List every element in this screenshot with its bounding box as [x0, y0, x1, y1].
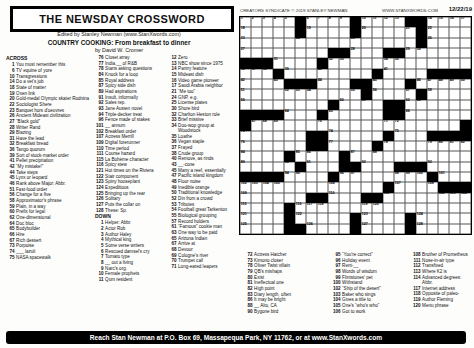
grid-cell[interactable]	[339, 79, 350, 89]
grid-cell[interactable]	[295, 69, 306, 79]
grid-cell[interactable]	[372, 27, 383, 37]
grid-cell[interactable]	[460, 151, 471, 161]
grid-cell[interactable]	[383, 224, 394, 234]
grid-cell[interactable]	[394, 79, 405, 89]
grid-cell[interactable]	[328, 79, 339, 89]
grid-cell[interactable]	[416, 141, 427, 151]
grid-cell[interactable]: 91	[306, 162, 317, 172]
grid-cell[interactable]: 4	[273, 17, 284, 27]
grid-cell[interactable]: 101	[438, 172, 449, 182]
grid-cell[interactable]	[372, 162, 383, 172]
grid-cell[interactable]	[405, 182, 416, 192]
grid-cell[interactable]	[284, 131, 295, 141]
grid-cell[interactable]	[372, 131, 383, 141]
grid-cell[interactable]: 8	[328, 17, 339, 27]
grid-cell[interactable]	[262, 38, 273, 48]
grid-cell[interactable]	[251, 89, 262, 99]
grid-cell[interactable]	[306, 172, 317, 182]
grid-cell[interactable]: 107	[394, 182, 405, 192]
grid-cell[interactable]: 41	[383, 69, 394, 79]
grid-cell[interactable]	[438, 213, 449, 223]
grid-cell[interactable]	[262, 224, 273, 234]
grid-cell[interactable]	[262, 151, 273, 161]
grid-cell[interactable]	[339, 131, 350, 141]
grid-cell[interactable]	[251, 131, 262, 141]
grid-cell[interactable]	[394, 213, 405, 223]
grid-cell[interactable]	[273, 193, 284, 203]
grid-cell[interactable]: 13	[394, 17, 405, 27]
grid-cell[interactable]: 16	[449, 17, 460, 27]
grid-cell[interactable]: 97	[350, 172, 361, 182]
grid-cell[interactable]	[449, 38, 460, 48]
grid-cell[interactable]	[262, 193, 273, 203]
grid-cell[interactable]	[438, 38, 449, 48]
grid-cell[interactable]: 35	[394, 58, 405, 68]
grid-cell[interactable]: 49	[449, 79, 460, 89]
grid-cell[interactable]	[361, 182, 372, 192]
grid-cell[interactable]	[438, 48, 449, 58]
grid-cell[interactable]	[251, 151, 262, 161]
grid-cell[interactable]	[361, 120, 372, 130]
grid-cell[interactable]	[361, 141, 372, 151]
grid-cell[interactable]	[460, 172, 471, 182]
grid-cell[interactable]	[273, 100, 284, 110]
grid-cell[interactable]: 88	[372, 151, 383, 161]
grid-cell[interactable]	[460, 89, 471, 99]
grid-cell[interactable]: 60	[339, 100, 350, 110]
grid-cell[interactable]: 52	[284, 89, 295, 99]
grid-cell[interactable]: 85	[295, 151, 306, 161]
grid-cell[interactable]	[339, 120, 350, 130]
grid-cell[interactable]	[372, 100, 383, 110]
grid-cell[interactable]	[251, 100, 262, 110]
grid-cell[interactable]	[350, 203, 361, 213]
grid-cell[interactable]	[251, 79, 262, 89]
grid-cell[interactable]	[295, 48, 306, 58]
grid-cell[interactable]	[405, 58, 416, 68]
grid-cell[interactable]	[394, 89, 405, 99]
grid-cell[interactable]	[350, 100, 361, 110]
grid-cell[interactable]: 69	[273, 120, 284, 130]
grid-cell[interactable]	[350, 131, 361, 141]
grid-cell[interactable]	[405, 131, 416, 141]
grid-cell[interactable]	[449, 110, 460, 120]
grid-cell[interactable]	[350, 110, 361, 120]
grid-cell[interactable]	[339, 224, 350, 234]
grid-cell[interactable]	[328, 89, 339, 99]
grid-cell[interactable]	[449, 100, 460, 110]
grid-cell[interactable]	[306, 120, 317, 130]
grid-cell[interactable]	[438, 151, 449, 161]
grid-cell[interactable]	[306, 69, 317, 79]
grid-cell[interactable]	[383, 213, 394, 223]
grid-cell[interactable]	[416, 58, 427, 68]
grid-cell[interactable]	[449, 27, 460, 37]
grid-cell[interactable]: 114	[460, 193, 471, 203]
grid-cell[interactable]	[284, 48, 295, 58]
grid-cell[interactable]	[416, 182, 427, 192]
grid-cell[interactable]: 68	[262, 120, 273, 130]
grid-cell[interactable]	[295, 58, 306, 68]
grid-cell[interactable]	[427, 110, 438, 120]
grid-cell[interactable]: 78	[383, 141, 394, 151]
grid-cell[interactable]	[328, 69, 339, 79]
grid-cell[interactable]	[383, 79, 394, 89]
grid-cell[interactable]	[273, 131, 284, 141]
grid-cell[interactable]: 15	[438, 17, 449, 27]
grid-cell[interactable]	[317, 182, 328, 192]
grid-cell[interactable]	[383, 151, 394, 161]
grid-cell[interactable]	[328, 151, 339, 161]
grid-cell[interactable]: 29	[405, 48, 416, 58]
grid-cell[interactable]	[251, 38, 262, 48]
grid-cell[interactable]	[460, 100, 471, 110]
grid-cell[interactable]	[306, 58, 317, 68]
grid-cell[interactable]	[438, 224, 449, 234]
grid-cell[interactable]	[372, 48, 383, 58]
grid-cell[interactable]	[460, 110, 471, 120]
grid-cell[interactable]	[460, 203, 471, 213]
grid-cell[interactable]	[284, 27, 295, 37]
grid-cell[interactable]	[262, 89, 273, 99]
grid-cell[interactable]	[295, 182, 306, 192]
grid-cell[interactable]: 92	[361, 162, 372, 172]
grid-cell[interactable]	[394, 27, 405, 37]
grid-cell[interactable]: 33	[339, 58, 350, 68]
grid-cell[interactable]	[372, 213, 383, 223]
grid-cell[interactable]: 26	[427, 38, 438, 48]
grid-cell[interactable]	[405, 141, 416, 151]
grid-cell[interactable]: 50	[460, 79, 471, 89]
grid-cell[interactable]	[262, 213, 273, 223]
grid-cell[interactable]	[460, 213, 471, 223]
grid-cell[interactable]	[306, 182, 317, 192]
grid-cell[interactable]	[262, 27, 273, 37]
grid-cell[interactable]: 44	[317, 79, 328, 89]
grid-cell[interactable]: 87	[350, 151, 361, 161]
grid-cell[interactable]	[427, 193, 438, 203]
grid-cell[interactable]	[295, 120, 306, 130]
crossword-grid[interactable]: 1234567891011121314151617181920212223242…	[239, 16, 472, 235]
grid-cell[interactable]	[394, 203, 405, 213]
grid-cell[interactable]: 7	[317, 17, 328, 27]
grid-cell[interactable]	[350, 193, 361, 203]
grid-cell[interactable]: 82	[460, 141, 471, 151]
grid-cell[interactable]	[416, 131, 427, 141]
grid-cell[interactable]	[262, 79, 273, 89]
grid-cell[interactable]	[328, 203, 339, 213]
grid-cell[interactable]: 80	[438, 141, 449, 151]
grid-cell[interactable]	[262, 203, 273, 213]
grid-cell[interactable]	[427, 213, 438, 223]
grid-cell[interactable]	[460, 162, 471, 172]
grid-cell[interactable]: 61	[361, 100, 372, 110]
grid-cell[interactable]: 59	[240, 100, 251, 110]
grid-cell[interactable]	[372, 58, 383, 68]
grid-cell[interactable]	[273, 162, 284, 172]
grid-cell[interactable]	[317, 89, 328, 99]
grid-cell[interactable]: 9	[339, 17, 350, 27]
grid-cell[interactable]	[438, 27, 449, 37]
grid-cell[interactable]	[339, 141, 350, 151]
grid-cell[interactable]: 19	[306, 27, 317, 37]
grid-cell[interactable]	[416, 110, 427, 120]
grid-cell[interactable]	[372, 110, 383, 120]
grid-cell[interactable]	[427, 224, 438, 234]
grid-cell[interactable]	[273, 27, 284, 37]
grid-cell[interactable]	[449, 213, 460, 223]
grid-cell[interactable]	[273, 213, 284, 223]
grid-cell[interactable]: 95	[295, 172, 306, 182]
grid-cell[interactable]	[416, 151, 427, 161]
grid-cell[interactable]	[284, 141, 295, 151]
grid-cell[interactable]	[427, 203, 438, 213]
grid-cell[interactable]: 125	[240, 224, 251, 234]
grid-cell[interactable]: 21	[405, 27, 416, 37]
grid-cell[interactable]	[262, 48, 273, 58]
grid-cell[interactable]	[251, 162, 262, 172]
grid-cell[interactable]	[273, 141, 284, 151]
grid-cell[interactable]: 75	[394, 131, 405, 141]
grid-cell[interactable]: 112	[438, 193, 449, 203]
grid-cell[interactable]: 105	[273, 182, 284, 192]
grid-cell[interactable]	[383, 203, 394, 213]
grid-cell[interactable]: 126	[306, 224, 317, 234]
grid-cell[interactable]	[262, 100, 273, 110]
grid-cell[interactable]	[328, 224, 339, 234]
grid-cell[interactable]	[405, 193, 416, 203]
grid-cell[interactable]	[262, 131, 273, 141]
grid-cell[interactable]: 32	[328, 58, 339, 68]
grid-cell[interactable]	[317, 224, 328, 234]
grid-cell[interactable]	[350, 69, 361, 79]
grid-cell[interactable]: 120	[372, 203, 383, 213]
grid-cell[interactable]	[361, 58, 372, 68]
grid-cell[interactable]	[251, 203, 262, 213]
grid-cell[interactable]	[449, 224, 460, 234]
grid-cell[interactable]	[350, 182, 361, 192]
grid-cell[interactable]	[405, 151, 416, 161]
grid-cell[interactable]: 53	[295, 89, 306, 99]
grid-cell[interactable]	[251, 193, 262, 203]
grid-cell[interactable]	[317, 172, 328, 182]
grid-cell[interactable]: 113	[449, 193, 460, 203]
grid-cell[interactable]	[306, 48, 317, 58]
grid-cell[interactable]	[460, 38, 471, 48]
grid-cell[interactable]	[372, 38, 383, 48]
grid-cell[interactable]	[438, 120, 449, 130]
grid-cell[interactable]: 99	[405, 172, 416, 182]
grid-cell[interactable]	[416, 193, 427, 203]
grid-cell[interactable]: 20	[361, 27, 372, 37]
grid-cell[interactable]	[328, 213, 339, 223]
grid-cell[interactable]	[339, 38, 350, 48]
grid-cell[interactable]	[361, 172, 372, 182]
grid-cell[interactable]: 96	[339, 172, 350, 182]
grid-cell[interactable]	[251, 48, 262, 58]
grid-cell[interactable]: 67	[251, 120, 262, 130]
grid-cell[interactable]: 43	[273, 79, 284, 89]
grid-cell[interactable]	[339, 69, 350, 79]
grid-cell[interactable]	[284, 120, 295, 130]
grid-cell[interactable]	[262, 162, 273, 172]
grid-cell[interactable]	[383, 162, 394, 172]
grid-cell[interactable]	[284, 38, 295, 48]
grid-cell[interactable]: 71	[383, 120, 394, 130]
grid-cell[interactable]	[284, 182, 295, 192]
grid-cell[interactable]	[328, 38, 339, 48]
grid-cell[interactable]	[306, 110, 317, 120]
grid-cell[interactable]	[339, 213, 350, 223]
grid-cell[interactable]: 89	[240, 162, 251, 172]
grid-cell[interactable]	[427, 100, 438, 110]
grid-cell[interactable]	[295, 110, 306, 120]
grid-cell[interactable]	[416, 120, 427, 130]
grid-cell[interactable]	[251, 27, 262, 37]
grid-cell[interactable]: 12	[383, 17, 394, 27]
grid-cell[interactable]: 77	[328, 141, 339, 151]
grid-cell[interactable]: 93	[427, 162, 438, 172]
grid-cell[interactable]	[251, 224, 262, 234]
grid-cell[interactable]: 128	[416, 224, 427, 234]
grid-cell[interactable]: 27	[240, 48, 251, 58]
grid-cell[interactable]: 70	[317, 120, 328, 130]
grid-cell[interactable]	[350, 58, 361, 68]
grid-cell[interactable]	[394, 224, 405, 234]
grid-cell[interactable]: 5	[284, 17, 295, 27]
grid-cell[interactable]	[438, 89, 449, 99]
grid-cell[interactable]	[438, 203, 449, 213]
grid-cell[interactable]	[405, 203, 416, 213]
grid-cell[interactable]	[427, 120, 438, 130]
grid-cell[interactable]	[405, 120, 416, 130]
grid-cell[interactable]: 58	[427, 89, 438, 99]
grid-cell[interactable]	[372, 224, 383, 234]
grid-cell[interactable]	[372, 120, 383, 130]
grid-cell[interactable]	[449, 151, 460, 161]
grid-cell[interactable]	[361, 38, 372, 48]
grid-cell[interactable]	[449, 120, 460, 130]
grid-cell[interactable]: 17	[460, 17, 471, 27]
grid-cell[interactable]	[372, 182, 383, 192]
grid-cell[interactable]: 66	[405, 110, 416, 120]
grid-cell[interactable]: 103	[251, 182, 262, 192]
grid-cell[interactable]	[460, 27, 471, 37]
grid-cell[interactable]	[394, 151, 405, 161]
grid-cell[interactable]	[317, 38, 328, 48]
grid-cell[interactable]: 48	[438, 79, 449, 89]
grid-cell[interactable]	[339, 203, 350, 213]
grid-cell[interactable]: 94	[284, 172, 295, 182]
grid-cell[interactable]	[317, 100, 328, 110]
grid-cell[interactable]	[339, 193, 350, 203]
grid-cell[interactable]: 54	[306, 89, 317, 99]
grid-cell[interactable]: 37	[251, 69, 262, 79]
grid-cell[interactable]: 31	[273, 58, 284, 68]
grid-cell[interactable]	[449, 203, 460, 213]
grid-cell[interactable]: 127	[361, 224, 372, 234]
grid-cell[interactable]	[328, 162, 339, 172]
grid-cell[interactable]	[273, 203, 284, 213]
grid-cell[interactable]	[273, 89, 284, 99]
grid-cell[interactable]: 108	[427, 182, 438, 192]
grid-cell[interactable]	[317, 151, 328, 161]
grid-cell[interactable]	[251, 141, 262, 151]
grid-cell[interactable]: 38	[262, 69, 273, 79]
grid-cell[interactable]: 64	[284, 110, 295, 120]
grid-cell[interactable]	[438, 110, 449, 120]
grid-cell[interactable]	[383, 38, 394, 48]
grid-cell[interactable]	[394, 69, 405, 79]
grid-cell[interactable]	[427, 58, 438, 68]
grid-cell[interactable]: 111	[383, 193, 394, 203]
grid-cell[interactable]	[251, 213, 262, 223]
grid-cell[interactable]	[361, 110, 372, 120]
grid-cell[interactable]	[273, 224, 284, 234]
grid-cell[interactable]	[284, 193, 295, 203]
grid-cell[interactable]	[317, 162, 328, 172]
grid-cell[interactable]	[339, 182, 350, 192]
grid-cell[interactable]: 110	[328, 193, 339, 203]
grid-cell[interactable]	[405, 69, 416, 79]
grid-cell[interactable]	[350, 120, 361, 130]
grid-cell[interactable]	[361, 131, 372, 141]
grid-cell[interactable]: 65	[328, 110, 339, 120]
grid-cell[interactable]	[460, 224, 471, 234]
grid-cell[interactable]	[383, 27, 394, 37]
grid-cell[interactable]: 100	[416, 172, 427, 182]
grid-cell[interactable]	[339, 27, 350, 37]
grid-cell[interactable]: 46	[416, 79, 427, 89]
grid-cell[interactable]	[328, 27, 339, 37]
grid-cell[interactable]	[295, 131, 306, 141]
grid-cell[interactable]	[449, 58, 460, 68]
grid-cell[interactable]	[449, 162, 460, 172]
grid-cell[interactable]	[306, 38, 317, 48]
grid-cell[interactable]: 2	[251, 17, 262, 27]
grid-cell[interactable]	[383, 172, 394, 182]
grid-cell[interactable]: 117	[306, 203, 317, 213]
grid-cell[interactable]	[361, 69, 372, 79]
grid-cell[interactable]	[449, 89, 460, 99]
grid-cell[interactable]	[372, 172, 383, 182]
grid-cell[interactable]	[361, 48, 372, 58]
grid-cell[interactable]	[317, 48, 328, 58]
grid-cell[interactable]: 63	[416, 100, 427, 110]
grid-cell[interactable]: 118	[317, 203, 328, 213]
grid-cell[interactable]	[438, 100, 449, 110]
grid-cell[interactable]	[394, 193, 405, 203]
grid-cell[interactable]	[295, 100, 306, 110]
grid-cell[interactable]	[460, 58, 471, 68]
grid-cell[interactable]: 30	[416, 48, 427, 58]
grid-cell[interactable]	[339, 110, 350, 120]
grid-cell[interactable]	[449, 48, 460, 58]
grid-cell[interactable]	[438, 58, 449, 68]
grid-cell[interactable]	[306, 100, 317, 110]
grid-cell[interactable]	[262, 141, 273, 151]
grid-cell[interactable]	[394, 38, 405, 48]
grid-cell[interactable]: 79	[427, 141, 438, 151]
grid-cell[interactable]	[427, 48, 438, 58]
grid-cell[interactable]	[383, 89, 394, 99]
grid-cell[interactable]: 39	[284, 69, 295, 79]
grid-cell[interactable]: 3	[262, 17, 273, 27]
grid-cell[interactable]: 24	[295, 38, 306, 48]
grid-cell[interactable]	[273, 38, 284, 48]
grid-cell[interactable]	[460, 48, 471, 58]
grid-cell[interactable]: 56	[372, 89, 383, 99]
